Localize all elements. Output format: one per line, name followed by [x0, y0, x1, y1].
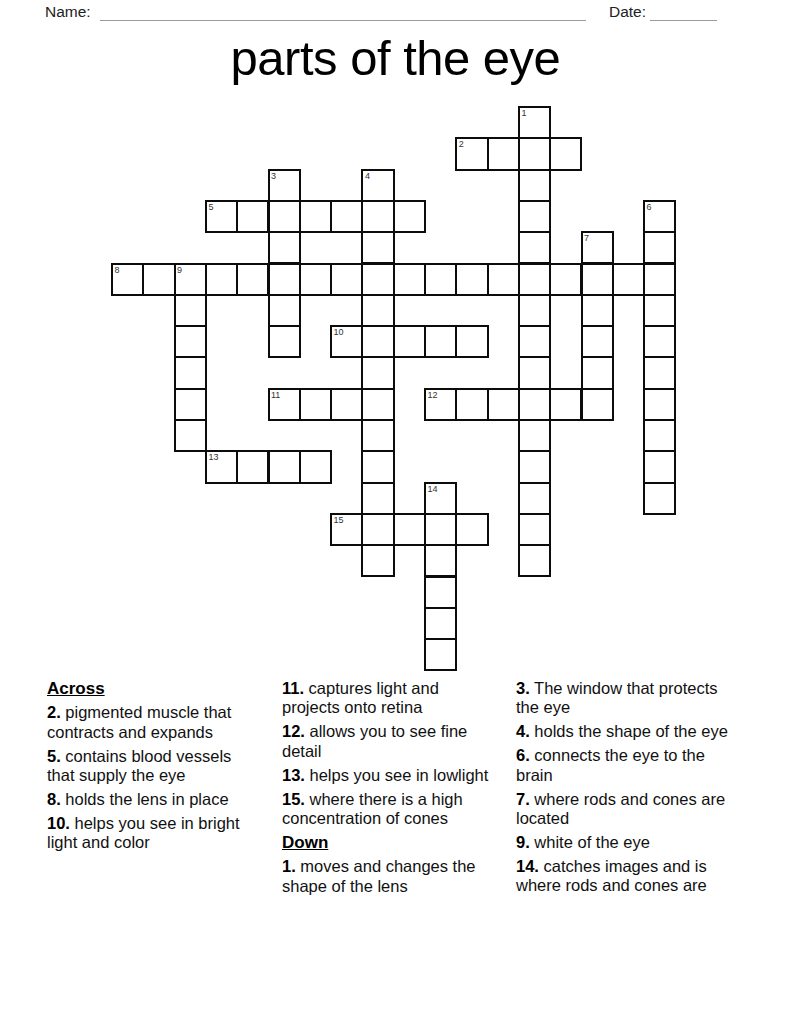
- grid-cell[interactable]: [424, 607, 457, 640]
- grid-cell[interactable]: [518, 263, 551, 296]
- grid-cell[interactable]: [299, 388, 332, 421]
- clue-down-6: 6. connects the eye to the brain: [516, 746, 730, 785]
- grid-cell[interactable]: [236, 200, 269, 233]
- grid-cell[interactable]: [361, 544, 394, 577]
- cell-number: 15: [334, 515, 344, 525]
- clue-across-11: 11. captures light and projects onto ret…: [282, 679, 494, 718]
- clue-column-1: Across2. pigmented muscle that contracts…: [47, 679, 247, 857]
- cell-number: 4: [365, 171, 370, 181]
- clue-number: 3.: [516, 679, 530, 697]
- clue-heading-down: Down: [282, 833, 494, 852]
- grid-cell[interactable]: [518, 513, 551, 546]
- clue-across-13: 13. helps you see in lowlight: [282, 766, 494, 785]
- grid-cell[interactable]: 11: [268, 388, 301, 421]
- cell-number: 3: [271, 171, 276, 181]
- name-blank-line[interactable]: [100, 5, 586, 21]
- clue-across-15: 15. where there is a high concentration …: [282, 790, 494, 829]
- cell-number: 5: [208, 202, 213, 212]
- grid-cell[interactable]: [268, 263, 301, 296]
- clue-number: 14.: [516, 857, 539, 875]
- clue-number: 7.: [516, 790, 530, 808]
- grid-cell[interactable]: [581, 325, 614, 358]
- clue-across-8: 8. holds the lens in place: [47, 790, 247, 809]
- grid-cell[interactable]: [643, 356, 676, 389]
- grid-cell[interactable]: 4: [361, 169, 394, 202]
- cell-number: 11: [271, 390, 280, 400]
- grid-cell[interactable]: [455, 513, 488, 546]
- grid-cell[interactable]: [361, 513, 394, 546]
- grid-cell[interactable]: 6: [643, 200, 676, 233]
- grid-cell[interactable]: [581, 388, 614, 421]
- grid-cell[interactable]: [518, 544, 551, 577]
- grid-cell[interactable]: 15: [330, 513, 363, 546]
- grid-cell[interactable]: [424, 638, 457, 671]
- grid-cell[interactable]: 5: [205, 200, 238, 233]
- grid-cell[interactable]: [518, 169, 551, 202]
- clue-heading-across: Across: [47, 679, 247, 698]
- grid-cell[interactable]: [581, 263, 614, 296]
- grid-cell[interactable]: 2: [455, 137, 488, 170]
- clue-down-3: 3. The window that protects the eye: [516, 679, 730, 718]
- grid-cell[interactable]: [643, 388, 676, 421]
- grid-cell[interactable]: [174, 325, 207, 358]
- crossword-board: 123456789101112131415: [111, 106, 678, 673]
- grid-cell[interactable]: [142, 263, 175, 296]
- grid-cell[interactable]: [393, 200, 426, 233]
- clue-across-12: 12. allows you to see fine detail: [282, 722, 494, 761]
- grid-cell[interactable]: [518, 482, 551, 515]
- name-label: Name:: [45, 3, 91, 21]
- grid-cell[interactable]: [299, 263, 332, 296]
- grid-cell[interactable]: [581, 294, 614, 327]
- grid-cell[interactable]: [424, 544, 457, 577]
- clue-column-2: 11. captures light and projects onto ret…: [282, 679, 494, 901]
- clue-number: 10.: [47, 814, 70, 832]
- grid-cell[interactable]: [268, 450, 301, 483]
- grid-cell[interactable]: 10: [330, 325, 363, 358]
- grid-cell[interactable]: 12: [424, 388, 457, 421]
- cell-number: 9: [177, 265, 182, 275]
- grid-cell[interactable]: [361, 294, 394, 327]
- clue-down-9: 9. white of the eye: [516, 833, 730, 852]
- grid-cell[interactable]: [268, 200, 301, 233]
- grid-cell[interactable]: [487, 263, 520, 296]
- clue-down-7: 7. where rods and cones are located: [516, 790, 730, 829]
- grid-cell[interactable]: [643, 263, 676, 296]
- grid-cell[interactable]: [518, 325, 551, 358]
- grid-cell[interactable]: [236, 450, 269, 483]
- clue-number: 8.: [47, 790, 61, 808]
- grid-cell[interactable]: 8: [111, 263, 144, 296]
- clue-across-5: 5. contains blood vessels that supply th…: [47, 747, 247, 786]
- grid-cell[interactable]: 9: [174, 263, 207, 296]
- grid-cell[interactable]: [643, 294, 676, 327]
- grid-cell[interactable]: [330, 388, 363, 421]
- cell-number: 12: [428, 390, 438, 400]
- grid-cell[interactable]: [612, 263, 645, 296]
- clue-column-3: 3. The window that protects the eye4. ho…: [516, 679, 730, 900]
- grid-cell[interactable]: [549, 263, 582, 296]
- grid-cell[interactable]: [518, 356, 551, 389]
- grid-cell[interactable]: [361, 200, 394, 233]
- date-label: Date:: [609, 3, 646, 21]
- grid-cell[interactable]: [424, 513, 457, 546]
- clue-number: 5.: [47, 747, 61, 765]
- grid-cell[interactable]: [455, 388, 488, 421]
- grid-cell[interactable]: 7: [581, 231, 614, 264]
- grid-cell[interactable]: [361, 450, 394, 483]
- grid-cell[interactable]: [487, 137, 520, 170]
- date-blank-line[interactable]: [650, 5, 717, 21]
- grid-cell[interactable]: [361, 263, 394, 296]
- cell-number: 8: [115, 265, 120, 275]
- grid-cell[interactable]: [487, 388, 520, 421]
- grid-cell[interactable]: [268, 294, 301, 327]
- clue-number: 2.: [47, 703, 61, 721]
- grid-cell[interactable]: [581, 356, 614, 389]
- grid-cell[interactable]: [518, 294, 551, 327]
- clue-down-4: 4. holds the shape of the eye: [516, 722, 730, 741]
- grid-cell[interactable]: [361, 356, 394, 389]
- clue-number: 12.: [282, 722, 305, 740]
- grid-cell[interactable]: 1: [518, 106, 551, 139]
- clue-across-2: 2. pigmented muscle that contracts and e…: [47, 703, 247, 742]
- clue-number: 6.: [516, 746, 530, 764]
- puzzle-title: parts of the eye: [0, 30, 791, 86]
- grid-cell[interactable]: [643, 325, 676, 358]
- grid-cell[interactable]: [174, 356, 207, 389]
- clue-number: 1.: [282, 857, 296, 875]
- cell-number: 10: [334, 327, 344, 337]
- grid-cell[interactable]: [518, 450, 551, 483]
- cell-number: 13: [208, 452, 218, 462]
- grid-cell[interactable]: [518, 231, 551, 264]
- grid-cell[interactable]: [424, 263, 457, 296]
- grid-cell[interactable]: [330, 263, 363, 296]
- grid-cell[interactable]: [236, 263, 269, 296]
- clue-number: 11.: [282, 679, 304, 697]
- grid-cell[interactable]: [518, 137, 551, 170]
- grid-cell[interactable]: [393, 325, 426, 358]
- grid-cell[interactable]: [643, 419, 676, 452]
- grid-cell[interactable]: [361, 482, 394, 515]
- clue-down-1: 1. moves and changes the shape of the le…: [282, 857, 494, 896]
- grid-cell[interactable]: [518, 200, 551, 233]
- grid-cell[interactable]: [643, 450, 676, 483]
- grid-cell[interactable]: [361, 388, 394, 421]
- grid-cell[interactable]: [268, 231, 301, 264]
- grid-cell[interactable]: [424, 325, 457, 358]
- grid-cell[interactable]: [643, 231, 676, 264]
- grid-cell[interactable]: [518, 388, 551, 421]
- grid-cell[interactable]: 13: [205, 450, 238, 483]
- clue-number: 4.: [516, 722, 530, 740]
- cell-number: 6: [647, 202, 652, 212]
- grid-cell[interactable]: [393, 513, 426, 546]
- cell-number: 14: [428, 484, 438, 494]
- cell-number: 1: [521, 108, 526, 118]
- clue-number: 9.: [516, 833, 530, 851]
- grid-cell[interactable]: [174, 388, 207, 421]
- grid-cell[interactable]: [361, 419, 394, 452]
- grid-cell[interactable]: [518, 419, 551, 452]
- cell-number: 7: [584, 233, 589, 243]
- grid-cell[interactable]: [299, 450, 332, 483]
- grid-cell[interactable]: [455, 325, 488, 358]
- grid-cell[interactable]: [205, 263, 238, 296]
- clue-down-14: 14. catches images and is where rods and…: [516, 857, 730, 896]
- grid-cell[interactable]: [174, 419, 207, 452]
- grid-cell[interactable]: [330, 200, 363, 233]
- grid-cell[interactable]: [643, 482, 676, 515]
- grid-cell[interactable]: [299, 200, 332, 233]
- clue-across-10: 10. helps you see in bright light and co…: [47, 814, 247, 853]
- grid-cell[interactable]: [361, 325, 394, 358]
- clue-number: 13.: [282, 766, 305, 784]
- grid-cell[interactable]: [174, 294, 207, 327]
- grid-cell[interactable]: [455, 263, 488, 296]
- grid-cell[interactable]: [549, 388, 582, 421]
- grid-cell[interactable]: [361, 231, 394, 264]
- grid-cell[interactable]: [424, 576, 457, 609]
- grid-cell[interactable]: [268, 325, 301, 358]
- clue-number: 15.: [282, 790, 305, 808]
- worksheet-page: Name: Date: parts of the eye 12345678910…: [0, 0, 791, 1024]
- grid-cell[interactable]: [549, 137, 582, 170]
- grid-cell[interactable]: 3: [268, 169, 301, 202]
- cell-number: 2: [459, 139, 464, 149]
- grid-cell[interactable]: 14: [424, 482, 457, 515]
- grid-cell[interactable]: [393, 263, 426, 296]
